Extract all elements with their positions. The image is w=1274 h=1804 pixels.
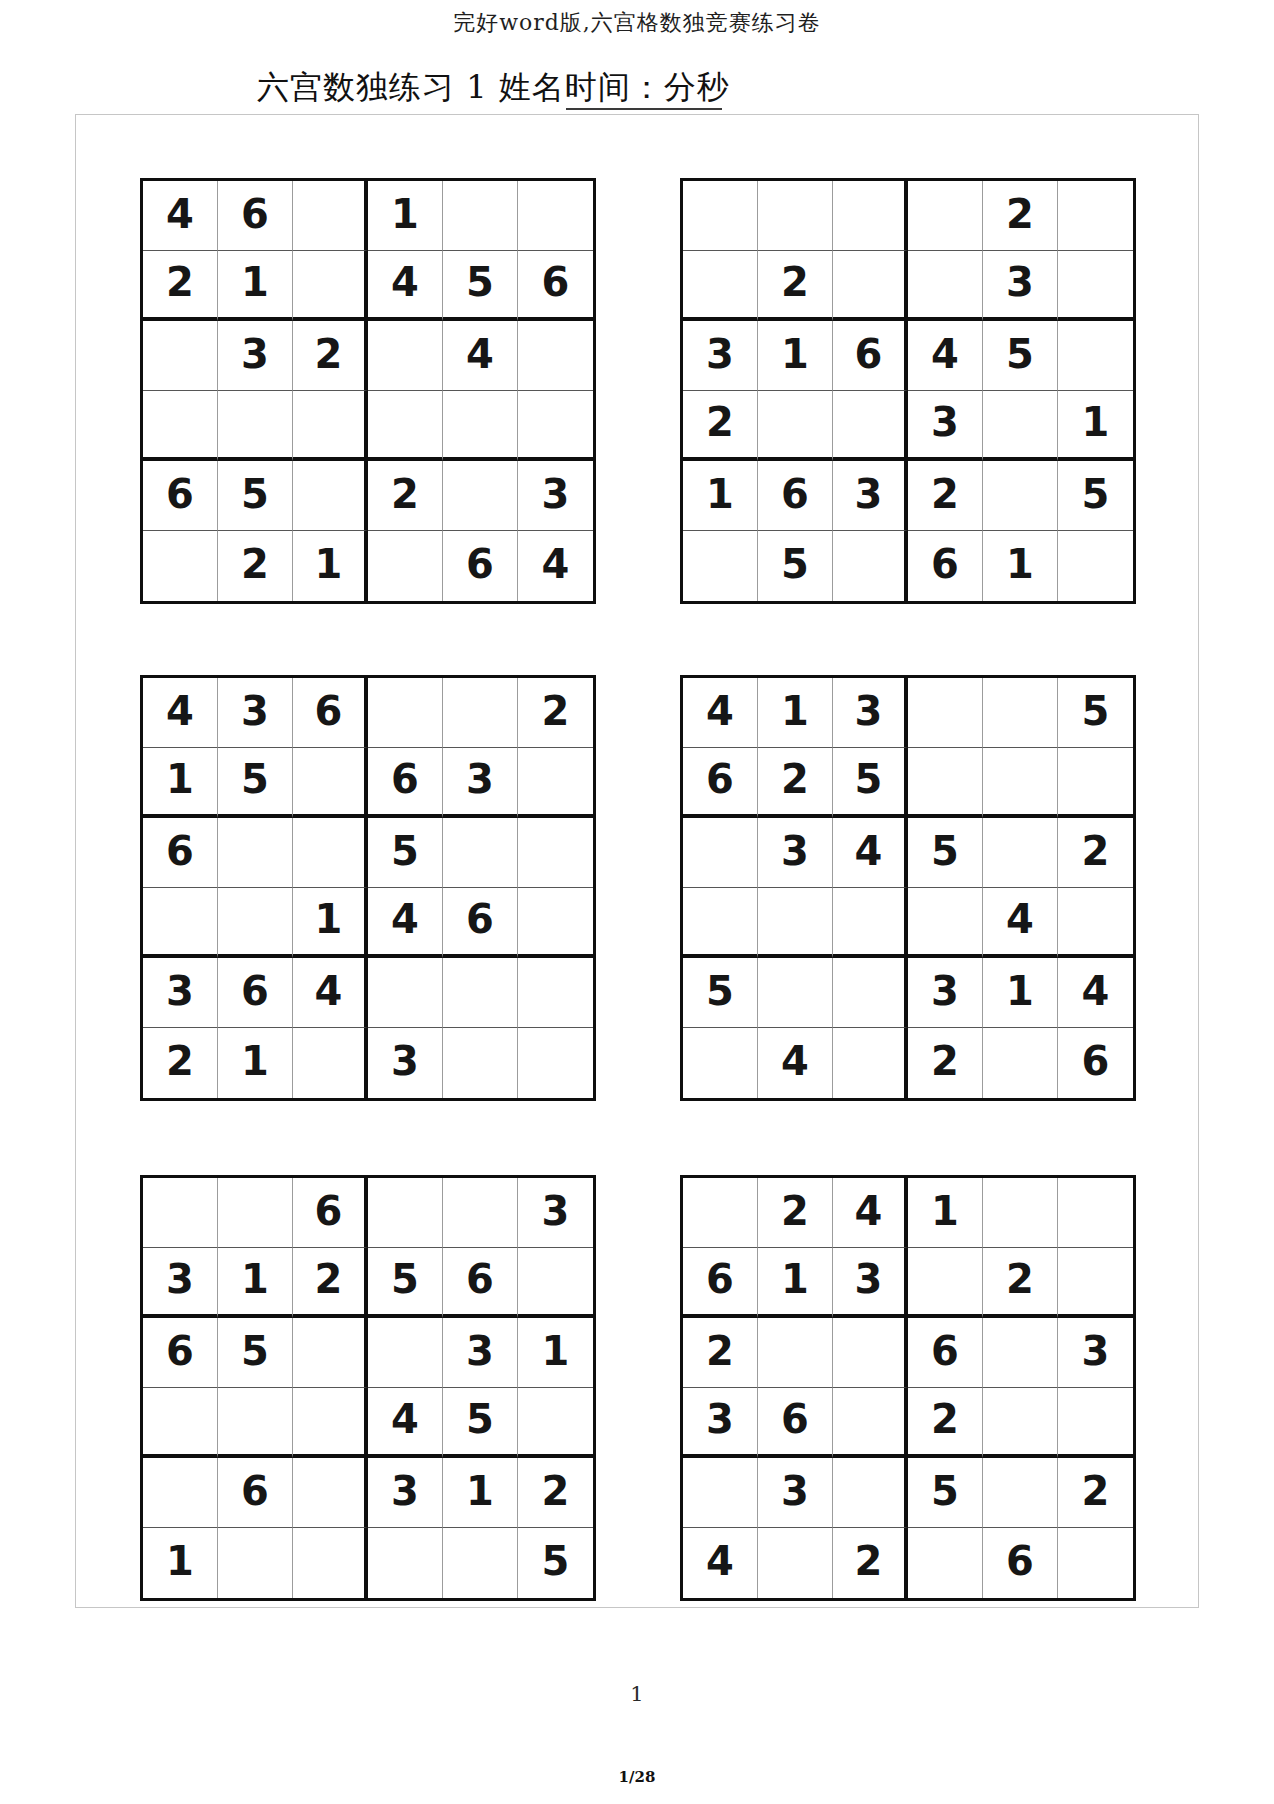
sudoku5-cell-r5c6-given: 2 xyxy=(518,1458,593,1528)
sudoku6-cell-r5c5-empty[interactable] xyxy=(983,1458,1058,1528)
sudoku2-cell-r2c3-empty[interactable] xyxy=(833,251,908,321)
sudoku5-cell-r3c4-empty[interactable] xyxy=(368,1318,443,1388)
sudoku6-cell-r4c6-empty[interactable] xyxy=(1058,1388,1133,1458)
sudoku2-cell-r1c3-empty[interactable] xyxy=(833,181,908,251)
sudoku1-cell-r5c2-given: 5 xyxy=(218,461,293,531)
sudoku5-cell-r1c6-given: 3 xyxy=(518,1178,593,1248)
sudoku4-cell-r3c6-given: 2 xyxy=(1058,818,1133,888)
sudoku6-cell-r3c4-given: 6 xyxy=(908,1318,983,1388)
sudoku1-cell-r5c5-empty[interactable] xyxy=(443,461,518,531)
sudoku6-cell-r6c3-given: 2 xyxy=(833,1528,908,1598)
sudoku3-cell-r2c1-given: 1 xyxy=(143,748,218,818)
sudoku3-cell-r2c5-given: 3 xyxy=(443,748,518,818)
sudoku4-cell-r2c2-given: 2 xyxy=(758,748,833,818)
sudoku1-cell-r3c1-empty[interactable] xyxy=(143,321,218,391)
sudoku3-cell-r1c3-given: 6 xyxy=(293,678,368,748)
sudoku2-cell-r1c2-empty[interactable] xyxy=(758,181,833,251)
sudoku1-cell-r2c1-given: 2 xyxy=(143,251,218,321)
sudoku6-cell-r3c5-empty[interactable] xyxy=(983,1318,1058,1388)
sudoku6-cell-r4c3-empty[interactable] xyxy=(833,1388,908,1458)
sudoku5-cell-r5c5-given: 1 xyxy=(443,1458,518,1528)
sudoku3-cell-r5c5-empty[interactable] xyxy=(443,958,518,1028)
sudoku4-cell-r3c3-given: 4 xyxy=(833,818,908,888)
sudoku6-cell-r1c2-given: 2 xyxy=(758,1178,833,1248)
sudoku5-cell-r2c4-given: 5 xyxy=(368,1248,443,1318)
sudoku3-cell-r1c1-given: 4 xyxy=(143,678,218,748)
sudoku6-cell-r1c3-given: 4 xyxy=(833,1178,908,1248)
sudoku3-cell-r2c6-empty[interactable] xyxy=(518,748,593,818)
sudoku-board-2: 2233164523116325561 xyxy=(680,178,1136,604)
sudoku2-cell-r2c4-empty[interactable] xyxy=(908,251,983,321)
sudoku5-cell-r5c1-empty[interactable] xyxy=(143,1458,218,1528)
sudoku5-cell-r2c6-empty[interactable] xyxy=(518,1248,593,1318)
sudoku2-cell-r5c5-empty[interactable] xyxy=(983,461,1058,531)
sudoku2-cell-r4c5-empty[interactable] xyxy=(983,391,1058,461)
sudoku2-cell-r3c4-given: 4 xyxy=(908,321,983,391)
sudoku6-cell-r3c2-empty[interactable] xyxy=(758,1318,833,1388)
sudoku5-cell-r1c3-given: 6 xyxy=(293,1178,368,1248)
sudoku1-cell-r2c3-empty[interactable] xyxy=(293,251,368,321)
sudoku2-cell-r6c3-empty[interactable] xyxy=(833,531,908,601)
sudoku3-cell-r6c2-given: 1 xyxy=(218,1028,293,1098)
sudoku5-cell-r5c4-given: 3 xyxy=(368,1458,443,1528)
sudoku4-cell-r1c2-given: 1 xyxy=(758,678,833,748)
sudoku3-cell-r5c6-empty[interactable] xyxy=(518,958,593,1028)
sudoku2-cell-r4c3-empty[interactable] xyxy=(833,391,908,461)
sudoku2-cell-r5c2-given: 6 xyxy=(758,461,833,531)
sudoku5-cell-r3c1-given: 6 xyxy=(143,1318,218,1388)
page-fraction: 1/28 xyxy=(0,1768,1274,1786)
sudoku6-cell-r3c1-given: 2 xyxy=(683,1318,758,1388)
sudoku3-cell-r4c3-given: 1 xyxy=(293,888,368,958)
sudoku1-cell-r4c6-empty[interactable] xyxy=(518,391,593,461)
sudoku4-cell-r5c1-given: 5 xyxy=(683,958,758,1028)
sudoku5-cell-r6c4-empty[interactable] xyxy=(368,1528,443,1598)
sudoku2-cell-r6c6-empty[interactable] xyxy=(1058,531,1133,601)
sudoku5-cell-r4c6-empty[interactable] xyxy=(518,1388,593,1458)
sudoku1-cell-r4c3-empty[interactable] xyxy=(293,391,368,461)
sudoku2-cell-r5c6-given: 5 xyxy=(1058,461,1133,531)
sudoku6-cell-r2c4-empty[interactable] xyxy=(908,1248,983,1318)
sudoku1-cell-r2c6-given: 6 xyxy=(518,251,593,321)
sudoku2-cell-r2c5-given: 3 xyxy=(983,251,1058,321)
sudoku5-cell-r6c1-given: 1 xyxy=(143,1528,218,1598)
worksheet-page: 完好word版,六宫格数独竞赛练习卷 六宫数独练习 1 姓名时间：分秒 4612… xyxy=(0,0,1274,1804)
sudoku5-cell-r6c3-empty[interactable] xyxy=(293,1528,368,1598)
sudoku4-cell-r2c1-given: 6 xyxy=(683,748,758,818)
sudoku1-cell-r4c5-empty[interactable] xyxy=(443,391,518,461)
sudoku2-cell-r4c4-given: 3 xyxy=(908,391,983,461)
sudoku3-cell-r5c3-given: 4 xyxy=(293,958,368,1028)
sudoku4-cell-r6c5-empty[interactable] xyxy=(983,1028,1058,1098)
sudoku-board-4: 4135625345245314426 xyxy=(680,675,1136,1101)
sudoku2-cell-r4c2-empty[interactable] xyxy=(758,391,833,461)
sudoku1-cell-r1c6-empty[interactable] xyxy=(518,181,593,251)
sudoku1-cell-r2c5-given: 5 xyxy=(443,251,518,321)
sudoku6-cell-r2c1-given: 6 xyxy=(683,1248,758,1318)
sudoku4-cell-r2c5-empty[interactable] xyxy=(983,748,1058,818)
sudoku1-cell-r1c5-empty[interactable] xyxy=(443,181,518,251)
sudoku6-cell-r3c3-empty[interactable] xyxy=(833,1318,908,1388)
sudoku4-cell-r1c4-empty[interactable] xyxy=(908,678,983,748)
sudoku4-cell-r6c4-given: 2 xyxy=(908,1028,983,1098)
sudoku1-cell-r5c4-given: 2 xyxy=(368,461,443,531)
sudoku4-cell-r2c6-empty[interactable] xyxy=(1058,748,1133,818)
sudoku6-cell-r6c6-empty[interactable] xyxy=(1058,1528,1133,1598)
sudoku4-cell-r1c6-given: 5 xyxy=(1058,678,1133,748)
sudoku6-cell-r5c6-given: 2 xyxy=(1058,1458,1133,1528)
sudoku2-cell-r5c4-given: 2 xyxy=(908,461,983,531)
sudoku1-cell-r5c3-empty[interactable] xyxy=(293,461,368,531)
sudoku6-cell-r5c3-empty[interactable] xyxy=(833,1458,908,1528)
sudoku5-cell-r2c1-given: 3 xyxy=(143,1248,218,1318)
sudoku1-cell-r6c4-empty[interactable] xyxy=(368,531,443,601)
name-time-fill-in-blank[interactable] xyxy=(566,108,722,110)
sudoku3-cell-r1c2-given: 3 xyxy=(218,678,293,748)
sudoku4-cell-r3c4-given: 5 xyxy=(908,818,983,888)
sudoku2-cell-r3c5-given: 5 xyxy=(983,321,1058,391)
sudoku5-cell-r1c5-empty[interactable] xyxy=(443,1178,518,1248)
sudoku2-cell-r6c1-empty[interactable] xyxy=(683,531,758,601)
sudoku2-cell-r2c2-given: 2 xyxy=(758,251,833,321)
sudoku3-cell-r3c5-empty[interactable] xyxy=(443,818,518,888)
sudoku5-cell-r4c2-empty[interactable] xyxy=(218,1388,293,1458)
sudoku6-cell-r1c6-empty[interactable] xyxy=(1058,1178,1133,1248)
sudoku1-cell-r4c2-empty[interactable] xyxy=(218,391,293,461)
sudoku4-cell-r2c3-given: 5 xyxy=(833,748,908,818)
sudoku6-cell-r2c5-given: 2 xyxy=(983,1248,1058,1318)
document-header: 完好word版,六宫格数独竞赛练习卷 xyxy=(0,8,1274,38)
sudoku5-cell-r3c2-given: 5 xyxy=(218,1318,293,1388)
sudoku6-cell-r6c5-given: 6 xyxy=(983,1528,1058,1598)
sudoku6-cell-r2c2-given: 1 xyxy=(758,1248,833,1318)
sudoku1-cell-r2c2-given: 1 xyxy=(218,251,293,321)
sudoku2-cell-r6c2-given: 5 xyxy=(758,531,833,601)
sudoku5-cell-r4c5-given: 5 xyxy=(443,1388,518,1458)
sudoku6-cell-r6c1-given: 4 xyxy=(683,1528,758,1598)
sudoku3-cell-r5c4-empty[interactable] xyxy=(368,958,443,1028)
sudoku3-cell-r2c4-given: 6 xyxy=(368,748,443,818)
sudoku1-cell-r1c2-given: 6 xyxy=(218,181,293,251)
sudoku2-cell-r4c6-given: 1 xyxy=(1058,391,1133,461)
sudoku6-cell-r2c3-given: 3 xyxy=(833,1248,908,1318)
sudoku2-cell-r1c1-empty[interactable] xyxy=(683,181,758,251)
sudoku6-cell-r4c4-given: 2 xyxy=(908,1388,983,1458)
sudoku4-cell-r6c2-given: 4 xyxy=(758,1028,833,1098)
sudoku3-cell-r3c2-empty[interactable] xyxy=(218,818,293,888)
sudoku4-cell-r4c3-empty[interactable] xyxy=(833,888,908,958)
sudoku1-cell-r6c6-given: 4 xyxy=(518,531,593,601)
sudoku5-cell-r4c3-empty[interactable] xyxy=(293,1388,368,1458)
sudoku2-cell-r3c2-given: 1 xyxy=(758,321,833,391)
sudoku3-cell-r3c1-given: 6 xyxy=(143,818,218,888)
sudoku3-cell-r6c4-given: 3 xyxy=(368,1028,443,1098)
sudoku1-cell-r3c4-empty[interactable] xyxy=(368,321,443,391)
sudoku1-cell-r1c4-given: 1 xyxy=(368,181,443,251)
sudoku6-cell-r1c5-empty[interactable] xyxy=(983,1178,1058,1248)
sudoku2-cell-r1c5-given: 2 xyxy=(983,181,1058,251)
sudoku4-cell-r4c5-given: 4 xyxy=(983,888,1058,958)
sudoku2-cell-r5c3-given: 3 xyxy=(833,461,908,531)
sudoku6-cell-r4c5-empty[interactable] xyxy=(983,1388,1058,1458)
sudoku5-cell-r6c2-empty[interactable] xyxy=(218,1528,293,1598)
sudoku6-cell-r6c4-empty[interactable] xyxy=(908,1528,983,1598)
sudoku1-cell-r3c3-given: 2 xyxy=(293,321,368,391)
sudoku-board-3: 4362156365146364213 xyxy=(140,675,596,1101)
sudoku4-cell-r1c3-given: 3 xyxy=(833,678,908,748)
sudoku1-cell-r6c2-given: 2 xyxy=(218,531,293,601)
sudoku4-cell-r5c3-empty[interactable] xyxy=(833,958,908,1028)
sudoku3-cell-r6c5-empty[interactable] xyxy=(443,1028,518,1098)
sudoku3-cell-r4c1-empty[interactable] xyxy=(143,888,218,958)
sudoku6-cell-r5c1-empty[interactable] xyxy=(683,1458,758,1528)
sudoku3-cell-r1c4-empty[interactable] xyxy=(368,678,443,748)
sudoku3-cell-r2c3-empty[interactable] xyxy=(293,748,368,818)
sudoku6-cell-r6c2-empty[interactable] xyxy=(758,1528,833,1598)
sudoku5-cell-r4c1-empty[interactable] xyxy=(143,1388,218,1458)
sudoku2-cell-r1c4-empty[interactable] xyxy=(908,181,983,251)
sudoku6-cell-r1c4-given: 1 xyxy=(908,1178,983,1248)
sudoku3-cell-r5c2-given: 6 xyxy=(218,958,293,1028)
sudoku3-cell-r6c6-empty[interactable] xyxy=(518,1028,593,1098)
sudoku3-cell-r4c5-given: 6 xyxy=(443,888,518,958)
sudoku6-cell-r2c6-empty[interactable] xyxy=(1058,1248,1133,1318)
sudoku5-cell-r3c3-empty[interactable] xyxy=(293,1318,368,1388)
sudoku5-cell-r3c6-given: 1 xyxy=(518,1318,593,1388)
sudoku1-cell-r5c6-given: 3 xyxy=(518,461,593,531)
sudoku4-cell-r3c5-empty[interactable] xyxy=(983,818,1058,888)
sudoku1-cell-r5c1-given: 6 xyxy=(143,461,218,531)
sudoku-board-1: 4612145632465232164 xyxy=(140,178,596,604)
sudoku6-cell-r5c4-given: 5 xyxy=(908,1458,983,1528)
sudoku5-cell-r6c5-empty[interactable] xyxy=(443,1528,518,1598)
sudoku4-cell-r1c5-empty[interactable] xyxy=(983,678,1058,748)
sudoku2-cell-r3c3-given: 6 xyxy=(833,321,908,391)
sudoku-board-5: 6331256653145631215 xyxy=(140,1175,596,1601)
sudoku5-cell-r3c5-given: 3 xyxy=(443,1318,518,1388)
sudoku4-cell-r6c1-empty[interactable] xyxy=(683,1028,758,1098)
sudoku1-cell-r6c3-given: 1 xyxy=(293,531,368,601)
sudoku1-cell-r3c6-empty[interactable] xyxy=(518,321,593,391)
sudoku1-cell-r3c5-given: 4 xyxy=(443,321,518,391)
sudoku4-cell-r4c6-empty[interactable] xyxy=(1058,888,1133,958)
sudoku2-cell-r5c1-given: 1 xyxy=(683,461,758,531)
sudoku5-cell-r1c4-empty[interactable] xyxy=(368,1178,443,1248)
sudoku3-cell-r2c2-given: 5 xyxy=(218,748,293,818)
sudoku6-cell-r4c2-given: 6 xyxy=(758,1388,833,1458)
sudoku6-cell-r1c1-empty[interactable] xyxy=(683,1178,758,1248)
sudoku1-cell-r6c1-empty[interactable] xyxy=(143,531,218,601)
sudoku2-cell-r1c6-empty[interactable] xyxy=(1058,181,1133,251)
sudoku3-cell-r1c6-given: 2 xyxy=(518,678,593,748)
sudoku4-cell-r5c2-empty[interactable] xyxy=(758,958,833,1028)
sudoku5-cell-r4c4-given: 4 xyxy=(368,1388,443,1458)
page-number: 1 xyxy=(0,1682,1274,1706)
sudoku2-cell-r4c1-given: 2 xyxy=(683,391,758,461)
sudoku3-cell-r3c3-empty[interactable] xyxy=(293,818,368,888)
sudoku4-cell-r4c4-empty[interactable] xyxy=(908,888,983,958)
sudoku1-cell-r6c5-given: 6 xyxy=(443,531,518,601)
sudoku3-cell-r4c4-given: 4 xyxy=(368,888,443,958)
sudoku5-cell-r5c2-given: 6 xyxy=(218,1458,293,1528)
sudoku1-cell-r4c1-empty[interactable] xyxy=(143,391,218,461)
sudoku5-cell-r2c5-given: 6 xyxy=(443,1248,518,1318)
sudoku6-cell-r5c2-given: 3 xyxy=(758,1458,833,1528)
sudoku4-cell-r5c5-given: 1 xyxy=(983,958,1058,1028)
sudoku2-cell-r2c1-empty[interactable] xyxy=(683,251,758,321)
sudoku3-cell-r3c6-empty[interactable] xyxy=(518,818,593,888)
sudoku3-cell-r1c5-empty[interactable] xyxy=(443,678,518,748)
sudoku1-cell-r2c4-given: 4 xyxy=(368,251,443,321)
sudoku1-cell-r1c3-empty[interactable] xyxy=(293,181,368,251)
sudoku4-cell-r3c1-empty[interactable] xyxy=(683,818,758,888)
sudoku-board-6: 2416132263362352426 xyxy=(680,1175,1136,1601)
sudoku3-cell-r3c4-given: 5 xyxy=(368,818,443,888)
sudoku1-cell-r4c4-empty[interactable] xyxy=(368,391,443,461)
sudoku5-cell-r2c3-given: 2 xyxy=(293,1248,368,1318)
sudoku5-cell-r1c1-empty[interactable] xyxy=(143,1178,218,1248)
sudoku2-cell-r3c1-given: 3 xyxy=(683,321,758,391)
sudoku3-cell-r4c6-empty[interactable] xyxy=(518,888,593,958)
sudoku2-cell-r2c6-empty[interactable] xyxy=(1058,251,1133,321)
sudoku4-cell-r4c2-empty[interactable] xyxy=(758,888,833,958)
sudoku2-cell-r6c5-given: 1 xyxy=(983,531,1058,601)
sudoku4-cell-r6c3-empty[interactable] xyxy=(833,1028,908,1098)
worksheet-title: 六宫数独练习 1 姓名时间：分秒 xyxy=(257,66,730,110)
sudoku5-cell-r5c3-empty[interactable] xyxy=(293,1458,368,1528)
sudoku6-cell-r4c1-given: 3 xyxy=(683,1388,758,1458)
sudoku3-cell-r4c2-empty[interactable] xyxy=(218,888,293,958)
sudoku4-cell-r2c4-empty[interactable] xyxy=(908,748,983,818)
sudoku2-cell-r3c6-empty[interactable] xyxy=(1058,321,1133,391)
sudoku4-cell-r6c6-given: 6 xyxy=(1058,1028,1133,1098)
sudoku4-cell-r4c1-empty[interactable] xyxy=(683,888,758,958)
sudoku3-cell-r6c3-empty[interactable] xyxy=(293,1028,368,1098)
sudoku3-cell-r6c1-given: 2 xyxy=(143,1028,218,1098)
sudoku1-cell-r3c2-given: 3 xyxy=(218,321,293,391)
sudoku3-cell-r5c1-given: 3 xyxy=(143,958,218,1028)
sudoku4-cell-r1c1-given: 4 xyxy=(683,678,758,748)
sudoku5-cell-r6c6-given: 5 xyxy=(518,1528,593,1598)
sudoku2-cell-r6c4-given: 6 xyxy=(908,531,983,601)
sudoku4-cell-r3c2-given: 3 xyxy=(758,818,833,888)
sudoku5-cell-r1c2-empty[interactable] xyxy=(218,1178,293,1248)
sudoku1-cell-r1c1-given: 4 xyxy=(143,181,218,251)
sudoku4-cell-r5c4-given: 3 xyxy=(908,958,983,1028)
sudoku6-cell-r3c6-given: 3 xyxy=(1058,1318,1133,1388)
sudoku5-cell-r2c2-given: 1 xyxy=(218,1248,293,1318)
sudoku4-cell-r5c6-given: 4 xyxy=(1058,958,1133,1028)
